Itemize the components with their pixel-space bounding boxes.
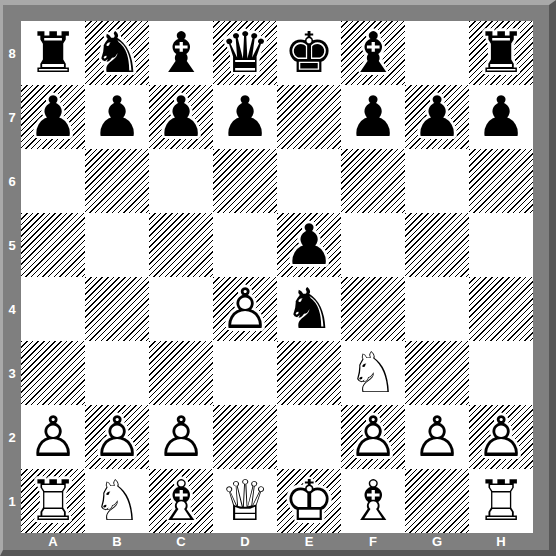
rank-label-3: 3 (4, 341, 20, 405)
square-d5[interactable] (213, 213, 277, 277)
piece-white-rook[interactable]: ♜♖ (21, 469, 85, 533)
white-rook-icon: ♖ (469, 469, 533, 533)
white-pawn-icon: ♙ (341, 405, 405, 469)
piece-black-pawn[interactable]: ♟♟ (149, 85, 213, 149)
piece-black-bishop[interactable]: ♝♝ (341, 21, 405, 85)
black-knight-icon: ♞ (85, 21, 149, 85)
square-f4[interactable] (341, 277, 405, 341)
file-label-g: G (405, 533, 469, 550)
square-g6[interactable] (405, 149, 469, 213)
file-label-a: A (21, 533, 85, 550)
rank-label-2: 2 (4, 405, 20, 469)
piece-black-pawn[interactable]: ♟♟ (277, 213, 341, 277)
square-d1[interactable]: ♛♕ (213, 469, 277, 533)
square-a6[interactable] (21, 149, 85, 213)
piece-white-bishop[interactable]: ♝♗ (341, 469, 405, 533)
square-b2[interactable]: ♟♙ (85, 405, 149, 469)
file-labels: A B C D E F G H (21, 533, 533, 550)
piece-white-pawn[interactable]: ♟♙ (469, 405, 533, 469)
square-b8[interactable]: ♞♞ (85, 21, 149, 85)
square-c8[interactable]: ♝♝ (149, 21, 213, 85)
white-king-icon: ♔ (277, 469, 341, 533)
white-pawn-icon: ♙ (149, 405, 213, 469)
rank-label-7: 7 (4, 85, 20, 149)
piece-black-knight[interactable]: ♞♞ (277, 277, 341, 341)
square-b1[interactable]: ♞♘ (85, 469, 149, 533)
black-pawn-icon: ♟ (149, 85, 213, 149)
black-pawn-icon: ♟ (21, 85, 85, 149)
white-bishop-icon: ♗ (149, 469, 213, 533)
square-d2[interactable] (213, 405, 277, 469)
white-queen-icon: ♕ (213, 469, 277, 533)
white-pawn-icon: ♙ (21, 405, 85, 469)
piece-black-queen[interactable]: ♛♛ (213, 21, 277, 85)
square-a1[interactable]: ♜♖ (21, 469, 85, 533)
piece-white-knight[interactable]: ♞♘ (341, 341, 405, 405)
square-h1[interactable]: ♜♖ (469, 469, 533, 533)
rank-label-1: 1 (4, 469, 20, 533)
square-a8[interactable]: ♜♜ (21, 21, 85, 85)
piece-black-pawn[interactable]: ♟♟ (469, 85, 533, 149)
piece-white-knight[interactable]: ♞♘ (85, 469, 149, 533)
piece-white-pawn[interactable]: ♟♙ (405, 405, 469, 469)
square-a2[interactable]: ♟♙ (21, 405, 85, 469)
square-e3[interactable] (277, 341, 341, 405)
chess-board: ♜♜♞♞♝♝♛♛♚♚♝♝♜♜♟♟♟♟♟♟♟♟♟♟♟♟♟♟♟♟♟♙♞♞♞♘♟♙♟♙… (21, 21, 533, 533)
piece-black-pawn[interactable]: ♟♟ (21, 85, 85, 149)
square-a4[interactable] (21, 277, 85, 341)
black-queen-icon: ♛ (213, 21, 277, 85)
square-b7[interactable]: ♟♟ (85, 85, 149, 149)
piece-black-pawn[interactable]: ♟♟ (213, 85, 277, 149)
square-f6[interactable] (341, 149, 405, 213)
white-bishop-icon: ♗ (341, 469, 405, 533)
square-e7[interactable] (277, 85, 341, 149)
black-pawn-icon: ♟ (85, 85, 149, 149)
piece-white-rook[interactable]: ♜♖ (469, 469, 533, 533)
square-c5[interactable] (149, 213, 213, 277)
file-label-f: F (341, 533, 405, 550)
file-label-c: C (149, 533, 213, 550)
piece-white-pawn[interactable]: ♟♙ (341, 405, 405, 469)
white-knight-icon: ♘ (341, 341, 405, 405)
black-pawn-icon: ♟ (341, 85, 405, 149)
square-f7[interactable]: ♟♟ (341, 85, 405, 149)
square-h6[interactable] (469, 149, 533, 213)
square-g4[interactable] (405, 277, 469, 341)
piece-black-pawn[interactable]: ♟♟ (405, 85, 469, 149)
black-king-icon: ♚ (277, 21, 341, 85)
white-rook-icon: ♖ (21, 469, 85, 533)
square-g5[interactable] (405, 213, 469, 277)
square-h4[interactable] (469, 277, 533, 341)
black-pawn-icon: ♟ (469, 85, 533, 149)
square-g2[interactable]: ♟♙ (405, 405, 469, 469)
square-c1[interactable]: ♝♗ (149, 469, 213, 533)
square-f5[interactable] (341, 213, 405, 277)
white-knight-icon: ♘ (85, 469, 149, 533)
rank-label-5: 5 (4, 213, 20, 277)
square-d3[interactable] (213, 341, 277, 405)
square-h3[interactable] (469, 341, 533, 405)
square-e4[interactable]: ♞♞ (277, 277, 341, 341)
square-e8[interactable]: ♚♚ (277, 21, 341, 85)
square-d7[interactable]: ♟♟ (213, 85, 277, 149)
square-h8[interactable]: ♜♜ (469, 21, 533, 85)
black-bishop-icon: ♝ (341, 21, 405, 85)
file-label-d: D (213, 533, 277, 550)
board-frame: ♜♜♞♞♝♝♛♛♚♚♝♝♜♜♟♟♟♟♟♟♟♟♟♟♟♟♟♟♟♟♟♙♞♞♞♘♟♙♟♙… (0, 0, 556, 556)
square-h2[interactable]: ♟♙ (469, 405, 533, 469)
piece-white-king[interactable]: ♚♔ (277, 469, 341, 533)
square-b4[interactable] (85, 277, 149, 341)
square-e6[interactable] (277, 149, 341, 213)
piece-black-king[interactable]: ♚♚ (277, 21, 341, 85)
piece-black-knight[interactable]: ♞♞ (85, 21, 149, 85)
file-label-b: B (85, 533, 149, 550)
rank-labels: 8 7 6 5 4 3 2 1 (4, 21, 20, 533)
square-g8[interactable] (405, 21, 469, 85)
square-g1[interactable] (405, 469, 469, 533)
square-g7[interactable]: ♟♟ (405, 85, 469, 149)
square-a3[interactable] (21, 341, 85, 405)
white-pawn-icon: ♙ (469, 405, 533, 469)
piece-white-pawn[interactable]: ♟♙ (85, 405, 149, 469)
piece-black-pawn[interactable]: ♟♟ (341, 85, 405, 149)
square-g3[interactable] (405, 341, 469, 405)
piece-white-pawn[interactable]: ♟♙ (149, 405, 213, 469)
black-rook-icon: ♜ (469, 21, 533, 85)
square-h7[interactable]: ♟♟ (469, 85, 533, 149)
white-pawn-icon: ♙ (213, 277, 277, 341)
black-pawn-icon: ♟ (277, 213, 341, 277)
square-f8[interactable]: ♝♝ (341, 21, 405, 85)
square-e1[interactable]: ♚♔ (277, 469, 341, 533)
square-f3[interactable]: ♞♘ (341, 341, 405, 405)
square-f1[interactable]: ♝♗ (341, 469, 405, 533)
white-pawn-icon: ♙ (405, 405, 469, 469)
square-c4[interactable] (149, 277, 213, 341)
piece-white-pawn[interactable]: ♟♙ (21, 405, 85, 469)
piece-white-pawn[interactable]: ♟♙ (213, 277, 277, 341)
square-b6[interactable] (85, 149, 149, 213)
square-d6[interactable] (213, 149, 277, 213)
square-e5[interactable]: ♟♟ (277, 213, 341, 277)
rank-label-8: 8 (4, 21, 20, 85)
square-f2[interactable]: ♟♙ (341, 405, 405, 469)
square-a7[interactable]: ♟♟ (21, 85, 85, 149)
piece-black-bishop[interactable]: ♝♝ (149, 21, 213, 85)
black-knight-icon: ♞ (277, 277, 341, 341)
square-h5[interactable] (469, 213, 533, 277)
square-c2[interactable]: ♟♙ (149, 405, 213, 469)
square-b5[interactable] (85, 213, 149, 277)
square-c3[interactable] (149, 341, 213, 405)
black-pawn-icon: ♟ (405, 85, 469, 149)
file-label-e: E (277, 533, 341, 550)
piece-white-bishop[interactable]: ♝♗ (149, 469, 213, 533)
piece-black-rook[interactable]: ♜♜ (21, 21, 85, 85)
black-bishop-icon: ♝ (149, 21, 213, 85)
square-d8[interactable]: ♛♛ (213, 21, 277, 85)
square-a5[interactable] (21, 213, 85, 277)
black-rook-icon: ♜ (21, 21, 85, 85)
black-pawn-icon: ♟ (213, 85, 277, 149)
piece-black-pawn[interactable]: ♟♟ (85, 85, 149, 149)
piece-black-rook[interactable]: ♜♜ (469, 21, 533, 85)
rank-label-4: 4 (4, 277, 20, 341)
square-c6[interactable] (149, 149, 213, 213)
square-d4[interactable]: ♟♙ (213, 277, 277, 341)
rank-label-6: 6 (4, 149, 20, 213)
piece-white-queen[interactable]: ♛♕ (213, 469, 277, 533)
square-c7[interactable]: ♟♟ (149, 85, 213, 149)
square-e2[interactable] (277, 405, 341, 469)
square-b3[interactable] (85, 341, 149, 405)
file-label-h: H (469, 533, 533, 550)
white-pawn-icon: ♙ (85, 405, 149, 469)
